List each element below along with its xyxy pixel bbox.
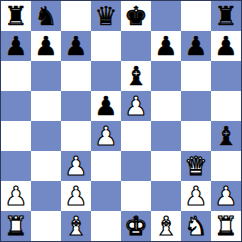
square-a4[interactable]	[1, 121, 31, 151]
square-g4[interactable]	[181, 121, 211, 151]
chess-board: ♜♞♛♚♜♟♟♟♟♟♟♝♟♟♟♝♟♛♟♟♟♟♜♝♚♝♞♜	[0, 0, 242, 242]
square-b1[interactable]	[31, 211, 61, 241]
square-c3[interactable]: ♟	[61, 151, 91, 181]
square-b8[interactable]: ♞	[31, 1, 61, 31]
square-a7[interactable]: ♟	[1, 31, 31, 61]
square-d7[interactable]	[91, 31, 121, 61]
square-g7[interactable]: ♟	[181, 31, 211, 61]
square-g8[interactable]	[181, 1, 211, 31]
square-d3[interactable]	[91, 151, 121, 181]
square-a3[interactable]	[1, 151, 31, 181]
square-g2[interactable]: ♟	[181, 181, 211, 211]
square-h4[interactable]: ♝	[211, 121, 241, 151]
square-e7[interactable]	[121, 31, 151, 61]
square-f6[interactable]	[151, 61, 181, 91]
piece-black-rook[interactable]: ♜	[4, 1, 27, 31]
piece-white-pawn[interactable]: ♟	[94, 121, 117, 151]
piece-white-rook[interactable]: ♜	[214, 211, 237, 241]
chess-board-grid: ♜♞♛♚♜♟♟♟♟♟♟♝♟♟♟♝♟♛♟♟♟♟♜♝♚♝♞♜	[1, 1, 241, 241]
piece-white-king[interactable]: ♚	[124, 211, 147, 241]
square-d5[interactable]: ♟	[91, 91, 121, 121]
piece-white-knight[interactable]: ♞	[184, 211, 207, 241]
piece-white-queen[interactable]: ♛	[184, 151, 207, 181]
square-g6[interactable]	[181, 61, 211, 91]
square-c1[interactable]: ♝	[61, 211, 91, 241]
square-c8[interactable]	[61, 1, 91, 31]
square-e1[interactable]: ♚	[121, 211, 151, 241]
square-b5[interactable]	[31, 91, 61, 121]
square-h2[interactable]: ♟	[211, 181, 241, 211]
piece-black-pawn[interactable]: ♟	[34, 31, 57, 61]
square-e2[interactable]	[121, 181, 151, 211]
square-a6[interactable]	[1, 61, 31, 91]
square-c2[interactable]: ♟	[61, 181, 91, 211]
piece-white-pawn[interactable]: ♟	[184, 181, 207, 211]
piece-white-bishop[interactable]: ♝	[64, 211, 87, 241]
square-c6[interactable]	[61, 61, 91, 91]
piece-black-pawn[interactable]: ♟	[154, 31, 177, 61]
piece-black-pawn[interactable]: ♟	[184, 31, 207, 61]
piece-white-pawn[interactable]: ♟	[124, 91, 147, 121]
square-f3[interactable]	[151, 151, 181, 181]
square-b7[interactable]: ♟	[31, 31, 61, 61]
square-h3[interactable]	[211, 151, 241, 181]
square-d8[interactable]: ♛	[91, 1, 121, 31]
square-h6[interactable]	[211, 61, 241, 91]
square-c7[interactable]: ♟	[61, 31, 91, 61]
square-h5[interactable]	[211, 91, 241, 121]
piece-black-bishop[interactable]: ♝	[214, 121, 237, 151]
piece-black-pawn[interactable]: ♟	[64, 31, 87, 61]
square-f1[interactable]: ♝	[151, 211, 181, 241]
square-e4[interactable]	[121, 121, 151, 151]
square-d6[interactable]	[91, 61, 121, 91]
square-g3[interactable]: ♛	[181, 151, 211, 181]
square-e8[interactable]: ♚	[121, 1, 151, 31]
piece-white-bishop[interactable]: ♝	[154, 211, 177, 241]
square-b4[interactable]	[31, 121, 61, 151]
square-b6[interactable]	[31, 61, 61, 91]
square-a1[interactable]: ♜	[1, 211, 31, 241]
square-g5[interactable]	[181, 91, 211, 121]
square-c4[interactable]	[61, 121, 91, 151]
piece-white-pawn[interactable]: ♟	[64, 151, 87, 181]
piece-black-pawn[interactable]: ♟	[94, 91, 117, 121]
piece-white-pawn[interactable]: ♟	[64, 181, 87, 211]
square-c5[interactable]	[61, 91, 91, 121]
square-f5[interactable]	[151, 91, 181, 121]
square-d2[interactable]	[91, 181, 121, 211]
square-f8[interactable]	[151, 1, 181, 31]
square-a8[interactable]: ♜	[1, 1, 31, 31]
square-f2[interactable]	[151, 181, 181, 211]
piece-black-queen[interactable]: ♛	[94, 1, 117, 31]
square-h1[interactable]: ♜	[211, 211, 241, 241]
square-e3[interactable]	[121, 151, 151, 181]
square-h7[interactable]: ♟	[211, 31, 241, 61]
piece-black-rook[interactable]: ♜	[214, 1, 237, 31]
piece-white-rook[interactable]: ♜	[4, 211, 27, 241]
square-h8[interactable]: ♜	[211, 1, 241, 31]
square-e6[interactable]: ♝	[121, 61, 151, 91]
piece-black-knight[interactable]: ♞	[34, 1, 57, 31]
piece-black-pawn[interactable]: ♟	[4, 31, 27, 61]
piece-white-pawn[interactable]: ♟	[4, 181, 27, 211]
square-b2[interactable]	[31, 181, 61, 211]
square-a5[interactable]	[1, 91, 31, 121]
square-g1[interactable]: ♞	[181, 211, 211, 241]
square-f7[interactable]: ♟	[151, 31, 181, 61]
square-b3[interactable]	[31, 151, 61, 181]
piece-black-pawn[interactable]: ♟	[214, 31, 237, 61]
piece-white-pawn[interactable]: ♟	[214, 181, 237, 211]
square-d1[interactable]	[91, 211, 121, 241]
square-e5[interactable]: ♟	[121, 91, 151, 121]
piece-black-bishop[interactable]: ♝	[124, 61, 147, 91]
square-f4[interactable]	[151, 121, 181, 151]
square-d4[interactable]: ♟	[91, 121, 121, 151]
square-a2[interactable]: ♟	[1, 181, 31, 211]
piece-black-king[interactable]: ♚	[124, 1, 147, 31]
